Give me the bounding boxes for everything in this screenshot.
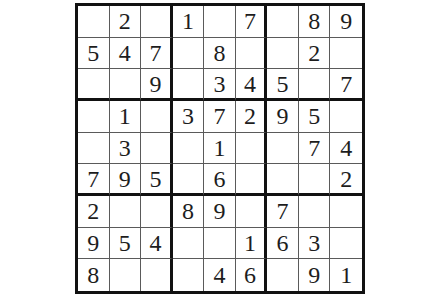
cell-r2c2[interactable]: 4: [110, 38, 142, 70]
cell-r4c1[interactable]: [78, 101, 110, 133]
cell-r1c5[interactable]: [204, 6, 236, 38]
cell-r4c4[interactable]: 3: [173, 101, 205, 133]
cell-r3c5[interactable]: 3: [204, 69, 236, 101]
cell-r8c7[interactable]: 6: [267, 228, 299, 260]
cell-r3c9[interactable]: 7: [330, 69, 362, 101]
cell-r7c6[interactable]: [236, 196, 268, 228]
cell-r6c7[interactable]: [267, 164, 299, 196]
cell-r5c2[interactable]: 3: [110, 133, 142, 165]
cell-r6c5[interactable]: 6: [204, 164, 236, 196]
cell-r8c8[interactable]: 3: [299, 228, 331, 260]
cell-r9c8[interactable]: 9: [299, 259, 331, 291]
cell-r7c1[interactable]: 2: [78, 196, 110, 228]
cell-r2c3[interactable]: 7: [141, 38, 173, 70]
cell-r4c6[interactable]: 2: [236, 101, 268, 133]
cell-r6c6[interactable]: [236, 164, 268, 196]
cell-r2c7[interactable]: [267, 38, 299, 70]
cell-r4c3[interactable]: [141, 101, 173, 133]
cell-r3c2[interactable]: [110, 69, 142, 101]
cell-r5c8[interactable]: 7: [299, 133, 331, 165]
cell-r7c4[interactable]: 8: [173, 196, 205, 228]
cell-r8c3[interactable]: 4: [141, 228, 173, 260]
cell-r5c9[interactable]: 4: [330, 133, 362, 165]
cell-r3c3[interactable]: 9: [141, 69, 173, 101]
cell-r7c2[interactable]: [110, 196, 142, 228]
cell-r6c8[interactable]: [299, 164, 331, 196]
cell-r9c7[interactable]: [267, 259, 299, 291]
cell-r2c4[interactable]: [173, 38, 205, 70]
cell-r5c6[interactable]: [236, 133, 268, 165]
cell-r1c3[interactable]: [141, 6, 173, 38]
cell-r8c9[interactable]: [330, 228, 362, 260]
cell-r2c5[interactable]: 8: [204, 38, 236, 70]
cell-r2c8[interactable]: 2: [299, 38, 331, 70]
cell-r7c5[interactable]: 9: [204, 196, 236, 228]
cell-r5c7[interactable]: [267, 133, 299, 165]
cell-r8c1[interactable]: 9: [78, 228, 110, 260]
cell-r5c3[interactable]: [141, 133, 173, 165]
cell-r6c9[interactable]: 2: [330, 164, 362, 196]
cell-r5c4[interactable]: [173, 133, 205, 165]
page: 2178954782934571372953174795622897954163…: [0, 0, 441, 300]
cell-r8c2[interactable]: 5: [110, 228, 142, 260]
cell-r9c2[interactable]: [110, 259, 142, 291]
cell-r3c4[interactable]: [173, 69, 205, 101]
cell-r3c6[interactable]: 4: [236, 69, 268, 101]
cell-r8c5[interactable]: [204, 228, 236, 260]
cell-r1c1[interactable]: [78, 6, 110, 38]
cell-r7c7[interactable]: 7: [267, 196, 299, 228]
cell-r3c8[interactable]: [299, 69, 331, 101]
cell-r9c9[interactable]: 1: [330, 259, 362, 291]
cell-r6c2[interactable]: 9: [110, 164, 142, 196]
cell-r2c6[interactable]: [236, 38, 268, 70]
cell-r9c5[interactable]: 4: [204, 259, 236, 291]
cell-r8c4[interactable]: [173, 228, 205, 260]
cell-r4c2[interactable]: 1: [110, 101, 142, 133]
cell-r1c9[interactable]: 9: [330, 6, 362, 38]
cell-r1c4[interactable]: 1: [173, 6, 205, 38]
cell-r1c7[interactable]: [267, 6, 299, 38]
cell-r3c7[interactable]: 5: [267, 69, 299, 101]
cell-r5c1[interactable]: [78, 133, 110, 165]
cell-r9c4[interactable]: [173, 259, 205, 291]
cell-r2c1[interactable]: 5: [78, 38, 110, 70]
cell-r7c3[interactable]: [141, 196, 173, 228]
cell-r1c2[interactable]: 2: [110, 6, 142, 38]
cell-r6c4[interactable]: [173, 164, 205, 196]
cell-r6c1[interactable]: 7: [78, 164, 110, 196]
cell-r6c3[interactable]: 5: [141, 164, 173, 196]
sudoku-board: 2178954782934571372953174795622897954163…: [75, 3, 365, 294]
cell-r9c1[interactable]: 8: [78, 259, 110, 291]
cell-r4c5[interactable]: 7: [204, 101, 236, 133]
cell-r8c6[interactable]: 1: [236, 228, 268, 260]
cell-r5c5[interactable]: 1: [204, 133, 236, 165]
cell-r7c8[interactable]: [299, 196, 331, 228]
cell-r4c7[interactable]: 9: [267, 101, 299, 133]
cell-r4c8[interactable]: 5: [299, 101, 331, 133]
cell-r1c6[interactable]: 7: [236, 6, 268, 38]
cell-r1c8[interactable]: 8: [299, 6, 331, 38]
cell-r4c9[interactable]: [330, 101, 362, 133]
cell-r7c9[interactable]: [330, 196, 362, 228]
cell-r2c9[interactable]: [330, 38, 362, 70]
cell-r9c6[interactable]: 6: [236, 259, 268, 291]
cell-r3c1[interactable]: [78, 69, 110, 101]
cell-r9c3[interactable]: [141, 259, 173, 291]
